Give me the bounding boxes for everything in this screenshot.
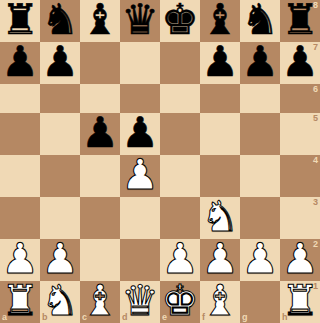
square-b2[interactable]: ♟︎ <box>40 239 80 281</box>
square-f3[interactable]: ♞ <box>200 197 240 239</box>
square-a3[interactable] <box>0 197 40 239</box>
square-g4[interactable] <box>240 155 280 197</box>
square-g3[interactable] <box>240 197 280 239</box>
square-f4[interactable] <box>200 155 240 197</box>
square-f8[interactable]: ♝ <box>200 0 240 42</box>
coord-file-g: g <box>242 313 248 322</box>
black-knight[interactable]: ♞ <box>41 0 79 41</box>
black-knight[interactable]: ♞ <box>241 0 279 41</box>
square-h4[interactable]: 4 <box>280 155 320 197</box>
black-bishop[interactable]: ♝ <box>81 0 119 41</box>
square-a2[interactable]: ♟︎ <box>0 239 40 281</box>
square-f7[interactable]: ♟︎ <box>200 42 240 84</box>
black-bishop[interactable]: ♝ <box>201 0 239 41</box>
square-a4[interactable] <box>0 155 40 197</box>
black-queen[interactable]: ♛ <box>121 0 159 41</box>
square-g2[interactable]: ♟︎ <box>240 239 280 281</box>
square-g6[interactable] <box>240 84 280 113</box>
square-c8[interactable]: ♝ <box>80 0 120 42</box>
square-c2[interactable] <box>80 239 120 281</box>
square-b7[interactable]: ♟︎ <box>40 42 80 84</box>
square-f6[interactable] <box>200 84 240 113</box>
chess-board: ♜♞♝♛♚♝♞♜8♟︎♟︎♟︎♟︎♟︎76♟︎♟︎5♟︎4♞3♟︎♟︎♟︎♟︎♟… <box>0 0 320 323</box>
square-f1[interactable]: ♝f <box>200 281 240 323</box>
black-rook[interactable]: ♜ <box>281 0 319 41</box>
white-pawn[interactable]: ♟︎ <box>161 238 199 280</box>
white-knight[interactable]: ♞ <box>41 280 79 322</box>
square-e4[interactable] <box>160 155 200 197</box>
square-e7[interactable] <box>160 42 200 84</box>
square-e5[interactable] <box>160 113 200 155</box>
square-a7[interactable]: ♟︎ <box>0 42 40 84</box>
black-pawn[interactable]: ♟︎ <box>41 41 79 83</box>
square-d7[interactable] <box>120 42 160 84</box>
white-pawn[interactable]: ♟︎ <box>241 238 279 280</box>
square-g5[interactable] <box>240 113 280 155</box>
square-e8[interactable]: ♚ <box>160 0 200 42</box>
square-a1[interactable]: ♜a <box>0 281 40 323</box>
black-pawn[interactable]: ♟︎ <box>241 41 279 83</box>
white-rook[interactable]: ♜ <box>281 280 319 322</box>
black-king[interactable]: ♚ <box>161 0 199 41</box>
black-rook[interactable]: ♜ <box>1 0 39 41</box>
square-c4[interactable] <box>80 155 120 197</box>
white-pawn[interactable]: ♟︎ <box>121 154 159 196</box>
square-e3[interactable] <box>160 197 200 239</box>
coord-rank-6: 6 <box>313 85 318 94</box>
square-h6[interactable]: 6 <box>280 84 320 113</box>
black-pawn[interactable]: ♟︎ <box>121 112 159 154</box>
white-pawn[interactable]: ♟︎ <box>41 238 79 280</box>
square-d1[interactable]: ♛d <box>120 281 160 323</box>
black-pawn[interactable]: ♟︎ <box>281 41 319 83</box>
square-a6[interactable] <box>0 84 40 113</box>
square-a8[interactable]: ♜ <box>0 0 40 42</box>
square-b8[interactable]: ♞ <box>40 0 80 42</box>
white-pawn[interactable]: ♟︎ <box>1 238 39 280</box>
square-g8[interactable]: ♞ <box>240 0 280 42</box>
square-b1[interactable]: ♞b <box>40 281 80 323</box>
square-h2[interactable]: ♟︎2 <box>280 239 320 281</box>
square-b6[interactable] <box>40 84 80 113</box>
coord-rank-5: 5 <box>313 114 318 123</box>
square-f5[interactable] <box>200 113 240 155</box>
square-c5[interactable]: ♟︎ <box>80 113 120 155</box>
coord-rank-3: 3 <box>313 198 318 207</box>
black-pawn[interactable]: ♟︎ <box>1 41 39 83</box>
square-d4[interactable]: ♟︎ <box>120 155 160 197</box>
square-e6[interactable] <box>160 84 200 113</box>
square-g7[interactable]: ♟︎ <box>240 42 280 84</box>
coord-rank-4: 4 <box>313 156 318 165</box>
square-e2[interactable]: ♟︎ <box>160 239 200 281</box>
square-d2[interactable] <box>120 239 160 281</box>
square-a5[interactable] <box>0 113 40 155</box>
square-d5[interactable]: ♟︎ <box>120 113 160 155</box>
square-b4[interactable] <box>40 155 80 197</box>
white-pawn[interactable]: ♟︎ <box>281 238 319 280</box>
square-f2[interactable]: ♟︎ <box>200 239 240 281</box>
square-h7[interactable]: ♟︎7 <box>280 42 320 84</box>
white-queen[interactable]: ♛ <box>121 280 159 322</box>
square-h5[interactable]: 5 <box>280 113 320 155</box>
square-c7[interactable] <box>80 42 120 84</box>
black-pawn[interactable]: ♟︎ <box>81 112 119 154</box>
white-rook[interactable]: ♜ <box>1 280 39 322</box>
white-pawn[interactable]: ♟︎ <box>201 238 239 280</box>
white-knight[interactable]: ♞ <box>201 196 239 238</box>
white-bishop[interactable]: ♝ <box>201 280 239 322</box>
square-d8[interactable]: ♛ <box>120 0 160 42</box>
square-b3[interactable] <box>40 197 80 239</box>
square-b5[interactable] <box>40 113 80 155</box>
white-bishop[interactable]: ♝ <box>81 280 119 322</box>
black-pawn[interactable]: ♟︎ <box>201 41 239 83</box>
square-h1[interactable]: ♜1h <box>280 281 320 323</box>
square-c1[interactable]: ♝c <box>80 281 120 323</box>
square-d3[interactable] <box>120 197 160 239</box>
square-c3[interactable] <box>80 197 120 239</box>
square-h8[interactable]: ♜8 <box>280 0 320 42</box>
square-g1[interactable]: g <box>240 281 280 323</box>
white-king[interactable]: ♚ <box>161 280 199 322</box>
square-e1[interactable]: ♚e <box>160 281 200 323</box>
square-h3[interactable]: 3 <box>280 197 320 239</box>
